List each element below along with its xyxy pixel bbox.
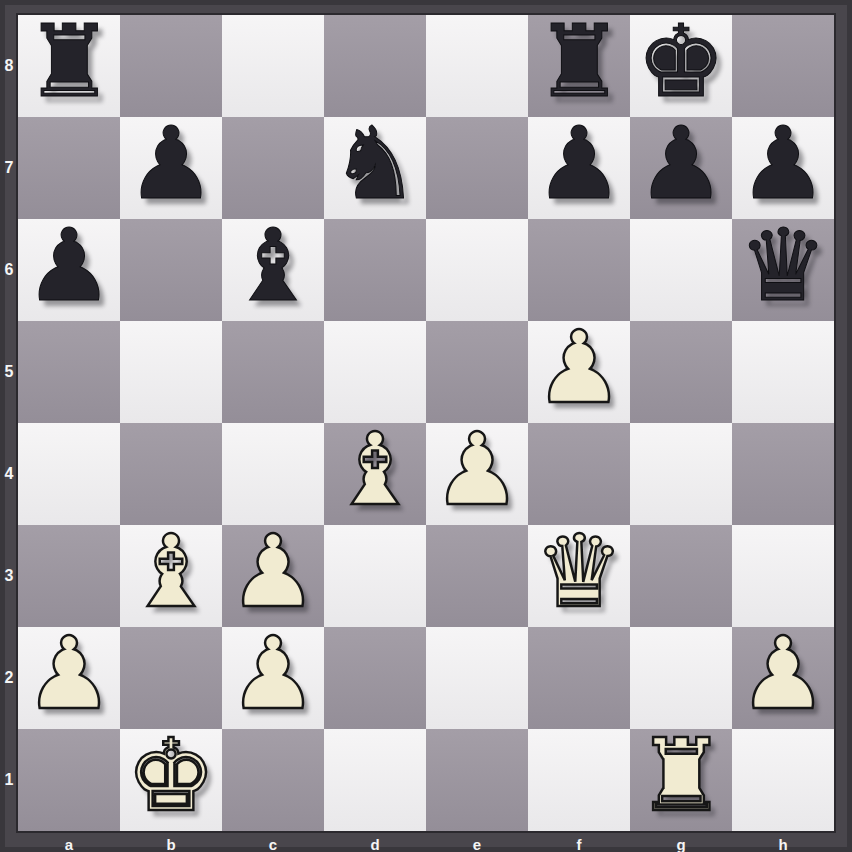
piece-black-pawn[interactable]: ♟ [24,215,114,317]
square-c8[interactable] [222,15,324,117]
piece-black-king[interactable]: ♚ [636,11,726,113]
square-a3[interactable] [18,525,120,627]
square-f5[interactable]: ♟ [528,321,630,423]
square-e5[interactable] [426,321,528,423]
square-c3[interactable]: ♟ [222,525,324,627]
square-a2[interactable]: ♟ [18,627,120,729]
square-h8[interactable] [732,15,834,117]
piece-black-queen[interactable]: ♛ [738,215,828,317]
square-c1[interactable] [222,729,324,831]
square-h1[interactable] [732,729,834,831]
square-c4[interactable] [222,423,324,525]
square-a7[interactable] [18,117,120,219]
square-g5[interactable] [630,321,732,423]
square-b4[interactable] [120,423,222,525]
square-e3[interactable] [426,525,528,627]
square-c5[interactable] [222,321,324,423]
square-g3[interactable] [630,525,732,627]
piece-white-rook[interactable]: ♜ [636,725,726,827]
square-b2[interactable] [120,627,222,729]
square-a5[interactable] [18,321,120,423]
square-g1[interactable]: ♜ [630,729,732,831]
square-f4[interactable] [528,423,630,525]
piece-white-pawn[interactable]: ♟ [534,317,624,419]
file-label-g: g [630,836,732,852]
piece-white-pawn[interactable]: ♟ [24,623,114,725]
square-e2[interactable] [426,627,528,729]
chessboard-frame: 87654321 ♜♜♚♟♞♟♟♟♟♝♛♟♝♟♝♟♛♟♟♟♚♜ abcdefgh [0,0,852,852]
square-d6[interactable] [324,219,426,321]
square-b5[interactable] [120,321,222,423]
square-b3[interactable]: ♝ [120,525,222,627]
square-h5[interactable] [732,321,834,423]
square-b7[interactable]: ♟ [120,117,222,219]
square-g7[interactable]: ♟ [630,117,732,219]
file-labels-row: abcdefgh [18,836,834,852]
square-a4[interactable] [18,423,120,525]
square-h2[interactable]: ♟ [732,627,834,729]
piece-black-rook[interactable]: ♜ [24,11,114,113]
square-e7[interactable] [426,117,528,219]
file-label-f: f [528,836,630,852]
square-g6[interactable] [630,219,732,321]
square-b1[interactable]: ♚ [120,729,222,831]
piece-white-bishop[interactable]: ♝ [330,419,420,521]
square-a8[interactable]: ♜ [18,15,120,117]
square-a6[interactable]: ♟ [18,219,120,321]
square-f8[interactable]: ♜ [528,15,630,117]
square-f6[interactable] [528,219,630,321]
square-g8[interactable]: ♚ [630,15,732,117]
square-d3[interactable] [324,525,426,627]
piece-black-pawn[interactable]: ♟ [126,113,216,215]
square-h6[interactable]: ♛ [732,219,834,321]
piece-black-bishop[interactable]: ♝ [228,215,318,317]
square-d1[interactable] [324,729,426,831]
square-d2[interactable] [324,627,426,729]
square-d5[interactable] [324,321,426,423]
square-f7[interactable]: ♟ [528,117,630,219]
piece-white-pawn[interactable]: ♟ [432,419,522,521]
square-d7[interactable]: ♞ [324,117,426,219]
square-b6[interactable] [120,219,222,321]
piece-black-pawn[interactable]: ♟ [636,113,726,215]
piece-black-rook[interactable]: ♜ [534,11,624,113]
square-d8[interactable] [324,15,426,117]
file-label-h: h [732,836,834,852]
square-f1[interactable] [528,729,630,831]
square-e6[interactable] [426,219,528,321]
square-g2[interactable] [630,627,732,729]
square-e1[interactable] [426,729,528,831]
piece-black-pawn[interactable]: ♟ [534,113,624,215]
square-e4[interactable]: ♟ [426,423,528,525]
square-c6[interactable]: ♝ [222,219,324,321]
chessboard: ♜♜♚♟♞♟♟♟♟♝♛♟♝♟♝♟♛♟♟♟♚♜ [16,13,836,833]
piece-white-queen[interactable]: ♛ [534,521,624,623]
piece-black-knight[interactable]: ♞ [330,113,420,215]
square-g4[interactable] [630,423,732,525]
square-f3[interactable]: ♛ [528,525,630,627]
square-h7[interactable]: ♟ [732,117,834,219]
file-label-c: c [222,836,324,852]
square-h3[interactable] [732,525,834,627]
square-e8[interactable] [426,15,528,117]
square-f2[interactable] [528,627,630,729]
file-label-b: b [120,836,222,852]
file-label-e: e [426,836,528,852]
square-b8[interactable] [120,15,222,117]
file-label-d: d [324,836,426,852]
file-label-a: a [18,836,120,852]
piece-white-pawn[interactable]: ♟ [228,521,318,623]
piece-white-pawn[interactable]: ♟ [228,623,318,725]
piece-white-pawn[interactable]: ♟ [738,623,828,725]
square-a1[interactable] [18,729,120,831]
piece-white-bishop[interactable]: ♝ [126,521,216,623]
square-h4[interactable] [732,423,834,525]
piece-black-pawn[interactable]: ♟ [738,113,828,215]
square-c7[interactable] [222,117,324,219]
square-c2[interactable]: ♟ [222,627,324,729]
square-d4[interactable]: ♝ [324,423,426,525]
piece-white-king[interactable]: ♚ [126,725,216,827]
